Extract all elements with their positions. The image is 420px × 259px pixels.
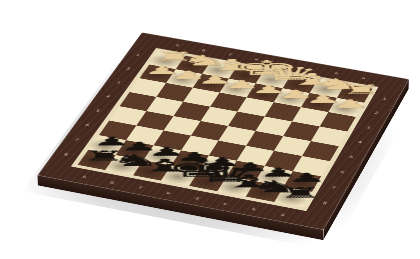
chess-photo-scene: hhggffeeddccbbaa1122334455667788 ♜♞♝♚♛♝♞… (0, 0, 420, 259)
chess-board: hhggffeeddccbbaa1122334455667788 ♜♞♝♚♛♝♞… (38, 33, 409, 230)
